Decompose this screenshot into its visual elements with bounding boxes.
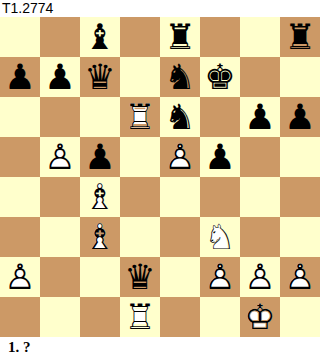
white-rook: ♖ <box>120 297 160 337</box>
white-bishop-fill: ♝ <box>80 217 120 257</box>
square-b8[interactable] <box>40 17 80 57</box>
chess-puzzle-window: T1.2774 ♝♜♜♟♟♛♞♚♜♖♞♟♟♟♙♟♟♙♟♝♗♝♗♞♘♟♙♛♟♙♟♙… <box>0 0 320 360</box>
square-f3[interactable]: ♞♘ <box>200 217 240 257</box>
square-c6[interactable] <box>80 97 120 137</box>
square-a1[interactable] <box>0 297 40 337</box>
black-knight: ♞ <box>160 97 200 137</box>
white-pawn-fill: ♟ <box>40 137 80 177</box>
square-b3[interactable] <box>40 217 80 257</box>
black-pawn: ♟ <box>240 97 280 137</box>
square-g4[interactable] <box>240 177 280 217</box>
square-g5[interactable] <box>240 137 280 177</box>
white-knight-fill: ♞ <box>200 217 240 257</box>
square-c4[interactable]: ♝♗ <box>80 177 120 217</box>
white-king: ♔ <box>240 297 280 337</box>
square-f4[interactable] <box>200 177 240 217</box>
square-g1[interactable]: ♚♔ <box>240 297 280 337</box>
square-e5[interactable]: ♟♙ <box>160 137 200 177</box>
square-f1[interactable] <box>200 297 240 337</box>
square-e2[interactable] <box>160 257 200 297</box>
square-f5[interactable]: ♟ <box>200 137 240 177</box>
white-rook: ♖ <box>120 97 160 137</box>
square-g7[interactable] <box>240 57 280 97</box>
white-rook-fill: ♜ <box>120 297 160 337</box>
square-h3[interactable] <box>280 217 320 257</box>
square-c8[interactable]: ♝ <box>80 17 120 57</box>
white-pawn-fill: ♟ <box>0 257 40 297</box>
square-b7[interactable]: ♟ <box>40 57 80 97</box>
white-pawn-fill: ♟ <box>160 137 200 177</box>
square-f8[interactable] <box>200 17 240 57</box>
square-e7[interactable]: ♞ <box>160 57 200 97</box>
square-g6[interactable]: ♟ <box>240 97 280 137</box>
square-d8[interactable] <box>120 17 160 57</box>
square-c5[interactable]: ♟ <box>80 137 120 177</box>
square-e8[interactable]: ♜ <box>160 17 200 57</box>
white-knight: ♘ <box>200 217 240 257</box>
square-d5[interactable] <box>120 137 160 177</box>
square-g3[interactable] <box>240 217 280 257</box>
white-bishop: ♗ <box>80 217 120 257</box>
square-f7[interactable]: ♚ <box>200 57 240 97</box>
square-g2[interactable]: ♟♙ <box>240 257 280 297</box>
black-knight: ♞ <box>160 57 200 97</box>
black-queen: ♛ <box>80 57 120 97</box>
black-pawn: ♟ <box>200 137 240 177</box>
black-king: ♚ <box>200 57 240 97</box>
white-pawn-fill: ♟ <box>280 257 320 297</box>
square-h1[interactable] <box>280 297 320 337</box>
square-h7[interactable] <box>280 57 320 97</box>
black-pawn: ♟ <box>40 57 80 97</box>
square-h2[interactable]: ♟♙ <box>280 257 320 297</box>
white-bishop-fill: ♝ <box>80 177 120 217</box>
square-d3[interactable] <box>120 217 160 257</box>
square-d2[interactable]: ♛ <box>120 257 160 297</box>
puzzle-title: T1.2774 <box>0 0 320 17</box>
square-d4[interactable] <box>120 177 160 217</box>
chess-board: ♝♜♜♟♟♛♞♚♜♖♞♟♟♟♙♟♟♙♟♝♗♝♗♞♘♟♙♛♟♙♟♙♟♙♜♖♚♔ <box>0 17 320 337</box>
square-d6[interactable]: ♜♖ <box>120 97 160 137</box>
white-pawn: ♙ <box>0 257 40 297</box>
square-e1[interactable] <box>160 297 200 337</box>
square-a3[interactable] <box>0 217 40 257</box>
white-king-fill: ♚ <box>240 297 280 337</box>
square-a2[interactable]: ♟♙ <box>0 257 40 297</box>
square-b2[interactable] <box>40 257 80 297</box>
square-b6[interactable] <box>40 97 80 137</box>
black-pawn: ♟ <box>280 97 320 137</box>
black-pawn: ♟ <box>0 57 40 97</box>
square-c7[interactable]: ♛ <box>80 57 120 97</box>
white-pawn-fill: ♟ <box>200 257 240 297</box>
square-c2[interactable] <box>80 257 120 297</box>
black-rook: ♜ <box>160 17 200 57</box>
square-b5[interactable]: ♟♙ <box>40 137 80 177</box>
square-g8[interactable] <box>240 17 280 57</box>
square-h8[interactable]: ♜ <box>280 17 320 57</box>
white-pawn: ♙ <box>200 257 240 297</box>
square-e3[interactable] <box>160 217 200 257</box>
square-b4[interactable] <box>40 177 80 217</box>
black-rook: ♜ <box>280 17 320 57</box>
move-prompt: 1. ? <box>0 337 320 360</box>
square-h4[interactable] <box>280 177 320 217</box>
square-d7[interactable] <box>120 57 160 97</box>
square-a8[interactable] <box>0 17 40 57</box>
square-e4[interactable] <box>160 177 200 217</box>
square-b1[interactable] <box>40 297 80 337</box>
square-c3[interactable]: ♝♗ <box>80 217 120 257</box>
white-pawn: ♙ <box>280 257 320 297</box>
white-rook-fill: ♜ <box>120 97 160 137</box>
square-f2[interactable]: ♟♙ <box>200 257 240 297</box>
square-a6[interactable] <box>0 97 40 137</box>
square-a4[interactable] <box>0 177 40 217</box>
square-a7[interactable]: ♟ <box>0 57 40 97</box>
square-d1[interactable]: ♜♖ <box>120 297 160 337</box>
black-bishop: ♝ <box>80 17 120 57</box>
square-f6[interactable] <box>200 97 240 137</box>
square-c1[interactable] <box>80 297 120 337</box>
black-pawn: ♟ <box>80 137 120 177</box>
square-a5[interactable] <box>0 137 40 177</box>
square-h5[interactable] <box>280 137 320 177</box>
white-pawn: ♙ <box>40 137 80 177</box>
square-e6[interactable]: ♞ <box>160 97 200 137</box>
white-bishop: ♗ <box>80 177 120 217</box>
white-pawn: ♙ <box>240 257 280 297</box>
white-pawn-fill: ♟ <box>240 257 280 297</box>
white-pawn: ♙ <box>160 137 200 177</box>
square-h6[interactable]: ♟ <box>280 97 320 137</box>
black-queen: ♛ <box>120 257 160 297</box>
